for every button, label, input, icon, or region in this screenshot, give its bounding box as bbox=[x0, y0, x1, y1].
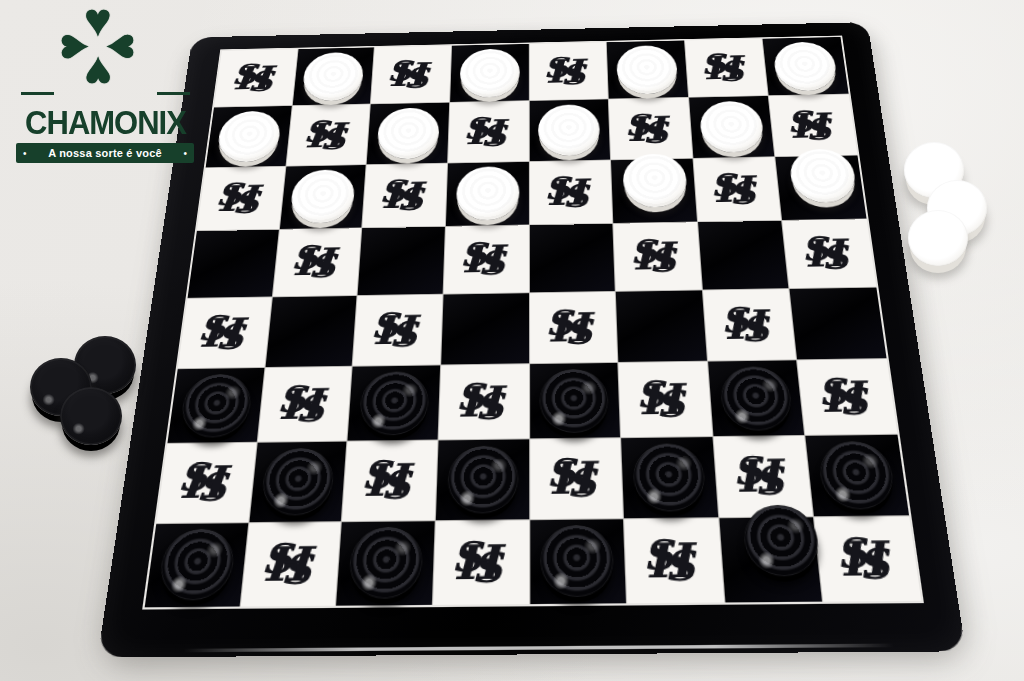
square-monogram: SHS bbox=[529, 160, 612, 224]
square-monogram: SHS bbox=[353, 294, 443, 365]
square-h4[interactable] bbox=[790, 287, 887, 359]
square-c5[interactable] bbox=[358, 227, 445, 295]
white-piece[interactable] bbox=[698, 101, 765, 153]
clover-leaf-icon: ♥ bbox=[48, 33, 95, 61]
square-h3[interactable]: SHS bbox=[798, 359, 898, 435]
brand-name: CHAMONIX bbox=[8, 104, 203, 143]
square-monogram: SHS bbox=[286, 105, 370, 166]
square-e3[interactable] bbox=[530, 363, 621, 439]
square-a2[interactable]: SHS bbox=[156, 443, 256, 523]
square-d2[interactable] bbox=[436, 440, 529, 520]
square-e6[interactable]: SHS bbox=[529, 160, 612, 224]
black-piece[interactable] bbox=[817, 441, 897, 510]
square-e2[interactable]: SHS bbox=[530, 438, 623, 518]
square-g3[interactable] bbox=[708, 360, 805, 436]
board-grid: SHSSHSSHSSHSSHSSHSSHSSHSSHSSHSSHSSHSSHSS… bbox=[142, 36, 924, 610]
square-d5[interactable]: SHS bbox=[443, 225, 528, 293]
square-monogram: SHS bbox=[530, 438, 623, 518]
square-g7[interactable] bbox=[689, 96, 775, 157]
square-d6[interactable] bbox=[446, 162, 529, 226]
square-monogram: SHS bbox=[814, 516, 921, 602]
square-f8[interactable] bbox=[607, 40, 688, 98]
spare-white-piece[interactable] bbox=[908, 210, 968, 266]
square-monogram: SHS bbox=[713, 436, 813, 517]
square-h2[interactable] bbox=[806, 435, 909, 516]
product-photo-background: SHSSHSSHSSHSSHSSHSSHSSHSSHSSHSSHSSHSSHSS… bbox=[0, 0, 1024, 681]
square-f3[interactable]: SHS bbox=[618, 361, 712, 437]
square-f4[interactable] bbox=[616, 290, 707, 362]
square-f7[interactable]: SHS bbox=[609, 98, 692, 159]
square-h8[interactable] bbox=[763, 37, 849, 96]
square-a6[interactable]: SHS bbox=[197, 166, 285, 230]
square-g1[interactable] bbox=[719, 517, 822, 603]
white-piece[interactable] bbox=[772, 41, 839, 91]
square-g8[interactable]: SHS bbox=[685, 39, 768, 97]
spare-black-piece[interactable] bbox=[60, 387, 122, 445]
square-h6[interactable] bbox=[776, 155, 867, 220]
square-monogram: SHS bbox=[624, 518, 724, 603]
square-monogram: SHS bbox=[618, 361, 712, 437]
square-monogram: SHS bbox=[342, 441, 437, 521]
square-monogram: SHS bbox=[178, 297, 272, 368]
square-a3[interactable] bbox=[167, 368, 264, 443]
square-g5[interactable] bbox=[698, 221, 789, 289]
square-monogram: SHS bbox=[609, 98, 692, 159]
black-piece[interactable] bbox=[447, 445, 519, 513]
square-a7[interactable] bbox=[206, 106, 292, 167]
square-b2[interactable] bbox=[249, 442, 347, 522]
square-c6[interactable]: SHS bbox=[362, 163, 447, 227]
square-monogram: SHS bbox=[257, 367, 351, 442]
black-piece[interactable] bbox=[540, 525, 614, 598]
square-d7[interactable]: SHS bbox=[448, 101, 528, 162]
square-b7[interactable]: SHS bbox=[286, 105, 370, 166]
square-a8[interactable]: SHS bbox=[214, 49, 297, 107]
square-monogram: SHS bbox=[529, 291, 617, 363]
black-piece[interactable] bbox=[358, 371, 429, 435]
square-c1[interactable] bbox=[336, 521, 434, 606]
square-a5[interactable] bbox=[188, 230, 279, 298]
square-monogram: SHS bbox=[273, 228, 362, 296]
black-piece[interactable] bbox=[178, 373, 253, 437]
white-piece[interactable] bbox=[622, 154, 688, 209]
square-monogram: SHS bbox=[443, 225, 528, 293]
square-f2[interactable] bbox=[621, 437, 718, 517]
square-monogram: SHS bbox=[613, 222, 701, 290]
logo-rule-right bbox=[157, 92, 190, 95]
square-e1[interactable] bbox=[530, 519, 626, 604]
white-piece[interactable] bbox=[616, 45, 679, 95]
square-monogram: SHS bbox=[371, 46, 451, 104]
spare-white-pieces-tray bbox=[898, 140, 1008, 265]
square-b3[interactable]: SHS bbox=[257, 367, 351, 442]
square-monogram: SHS bbox=[529, 42, 608, 100]
square-monogram: SHS bbox=[156, 443, 256, 523]
black-piece[interactable] bbox=[348, 527, 424, 599]
banner-dot: • bbox=[23, 148, 27, 159]
square-monogram: SHS bbox=[448, 101, 528, 162]
square-monogram: SHS bbox=[362, 163, 447, 227]
square-c4[interactable]: SHS bbox=[353, 294, 443, 365]
square-e5[interactable] bbox=[529, 224, 614, 292]
square-h1[interactable]: SHS bbox=[814, 516, 921, 602]
square-monogram: SHS bbox=[685, 39, 768, 97]
checkers-board: SHSSHSSHSSHSSHSSHSSHSSHSSHSSHSSHSSHSSHSS… bbox=[97, 22, 965, 657]
banner-dot: • bbox=[183, 148, 187, 159]
black-piece[interactable] bbox=[540, 368, 610, 433]
spare-black-pieces-tray bbox=[28, 332, 140, 462]
square-monogram: SHS bbox=[703, 289, 797, 361]
brand-logo: ♥ ♥ ♥ ♥ CHAMONIX • A nossa sorte é você … bbox=[8, 4, 198, 172]
square-b8[interactable] bbox=[292, 47, 374, 105]
square-b4[interactable] bbox=[265, 296, 357, 367]
square-c8[interactable]: SHS bbox=[371, 46, 451, 104]
white-piece[interactable] bbox=[459, 48, 519, 98]
brand-tagline: A nossa sorte é você bbox=[48, 147, 162, 159]
square-monogram: SHS bbox=[240, 522, 341, 607]
white-piece[interactable] bbox=[215, 111, 282, 163]
square-d1[interactable]: SHS bbox=[433, 520, 529, 605]
square-f5[interactable]: SHS bbox=[613, 222, 701, 290]
square-b5[interactable]: SHS bbox=[273, 228, 362, 296]
white-piece[interactable] bbox=[302, 52, 365, 101]
square-c7[interactable] bbox=[367, 103, 449, 164]
white-piece[interactable] bbox=[289, 170, 356, 225]
white-piece[interactable] bbox=[788, 149, 858, 204]
square-monogram: SHS bbox=[769, 95, 857, 157]
logo-rule-left bbox=[21, 92, 54, 95]
square-g6[interactable]: SHS bbox=[693, 157, 781, 222]
square-e8[interactable]: SHS bbox=[529, 42, 608, 100]
square-d4[interactable] bbox=[441, 293, 528, 365]
square-monogram: SHS bbox=[693, 157, 781, 222]
square-g4[interactable]: SHS bbox=[703, 289, 797, 361]
black-piece[interactable] bbox=[718, 366, 793, 431]
square-h7[interactable]: SHS bbox=[769, 95, 857, 157]
square-monogram: SHS bbox=[433, 520, 529, 605]
square-f1[interactable]: SHS bbox=[624, 518, 724, 603]
square-c3[interactable] bbox=[348, 365, 440, 441]
square-d8[interactable] bbox=[450, 44, 528, 102]
square-h5[interactable]: SHS bbox=[783, 219, 877, 287]
square-monogram: SHS bbox=[214, 49, 297, 107]
white-piece[interactable] bbox=[538, 104, 600, 156]
square-b6[interactable] bbox=[280, 165, 366, 229]
brand-tagline-banner: • A nossa sorte é você • bbox=[16, 143, 194, 163]
square-e4[interactable]: SHS bbox=[529, 291, 617, 363]
white-piece[interactable] bbox=[376, 107, 440, 159]
square-f6[interactable] bbox=[611, 159, 697, 224]
square-g2[interactable]: SHS bbox=[713, 436, 813, 517]
white-piece[interactable] bbox=[455, 166, 519, 221]
square-a4[interactable]: SHS bbox=[178, 297, 272, 368]
black-piece[interactable] bbox=[260, 448, 336, 516]
square-monogram: SHS bbox=[798, 359, 898, 435]
square-b1[interactable]: SHS bbox=[240, 522, 341, 607]
square-e7[interactable] bbox=[529, 100, 610, 161]
board-frame: SHSSHSSHSSHSSHSSHSSHSSHSSHSSHSSHSSHSSHSS… bbox=[97, 22, 965, 657]
black-piece[interactable] bbox=[156, 529, 236, 601]
square-d3[interactable]: SHS bbox=[438, 364, 528, 440]
black-piece[interactable] bbox=[632, 443, 707, 512]
square-monogram: SHS bbox=[438, 364, 528, 440]
square-a1[interactable] bbox=[145, 523, 248, 608]
square-monogram: SHS bbox=[783, 219, 877, 287]
square-monogram: SHS bbox=[197, 166, 285, 230]
clover-icon: ♥ ♥ ♥ ♥ bbox=[58, 6, 154, 102]
square-c2[interactable]: SHS bbox=[342, 441, 437, 521]
